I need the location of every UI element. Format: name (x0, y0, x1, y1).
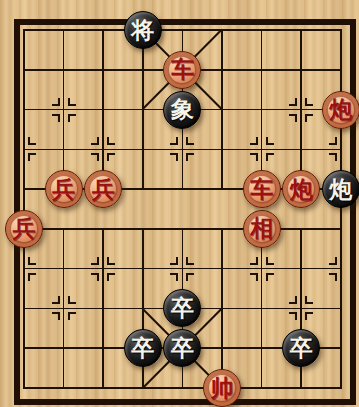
point-marker (305, 312, 307, 320)
point-marker (186, 273, 188, 281)
piece-black-general[interactable]: 将 (124, 11, 162, 49)
piece-character: 帅 (211, 377, 234, 400)
point-marker (305, 98, 307, 106)
xiangqi-board[interactable]: 将车象炮兵兵车炮炮兵相卒卒卒卒帅 (0, 0, 359, 407)
piece-black-elephant[interactable]: 象 (163, 91, 201, 129)
piece-character: 卒 (171, 337, 194, 360)
point-marker (266, 137, 268, 145)
point-marker (107, 273, 109, 281)
point-marker (58, 98, 60, 106)
piece-red-soldier[interactable]: 兵 (5, 210, 43, 248)
point-marker (97, 273, 99, 281)
point-marker (68, 312, 70, 320)
point-marker (176, 153, 178, 161)
piece-character: 兵 (13, 217, 36, 240)
piece-character: 炮 (290, 178, 313, 201)
piece-red-chariot[interactable]: 车 (163, 51, 201, 89)
point-marker (266, 153, 268, 161)
grid-vline (102, 228, 104, 389)
point-marker (28, 257, 30, 265)
point-marker (256, 273, 258, 281)
grid-vline (63, 29, 65, 190)
piece-character: 卒 (131, 337, 154, 360)
point-marker (335, 273, 337, 281)
grid-vline (340, 29, 342, 389)
point-marker (58, 312, 60, 320)
point-marker (68, 296, 70, 304)
point-marker (107, 137, 109, 145)
point-marker (335, 153, 337, 161)
point-marker (186, 153, 188, 161)
point-marker (186, 257, 188, 265)
point-marker (295, 312, 297, 320)
piece-red-soldier[interactable]: 兵 (45, 170, 83, 208)
piece-red-chariot[interactable]: 车 (243, 170, 281, 208)
grid-vline (63, 228, 65, 389)
piece-black-soldier[interactable]: 卒 (124, 329, 162, 367)
grid-vline (261, 228, 263, 389)
piece-black-soldier[interactable]: 卒 (282, 329, 320, 367)
point-marker (256, 153, 258, 161)
point-marker (28, 153, 30, 161)
point-marker (28, 273, 30, 281)
point-marker (186, 137, 188, 145)
piece-red-cannon[interactable]: 炮 (282, 170, 320, 208)
point-marker (266, 273, 268, 281)
point-marker (97, 257, 99, 265)
piece-character: 炮 (329, 178, 352, 201)
point-marker (176, 273, 178, 281)
point-marker (68, 114, 70, 122)
point-marker (58, 114, 60, 122)
point-marker (295, 114, 297, 122)
point-marker (28, 137, 30, 145)
point-marker (176, 137, 178, 145)
point-marker (335, 257, 337, 265)
point-marker (68, 98, 70, 106)
point-marker (305, 296, 307, 304)
point-marker (305, 114, 307, 122)
point-marker (335, 137, 337, 145)
piece-red-general[interactable]: 帅 (203, 369, 241, 407)
point-marker (97, 153, 99, 161)
point-marker (107, 153, 109, 161)
piece-character: 兵 (52, 178, 75, 201)
point-marker (97, 137, 99, 145)
piece-character: 将 (131, 19, 154, 42)
point-marker (266, 257, 268, 265)
grid-vline (102, 29, 104, 190)
grid-vline (261, 29, 263, 190)
piece-character: 相 (250, 217, 273, 240)
piece-character: 兵 (92, 178, 115, 201)
piece-red-elephant[interactable]: 相 (243, 210, 281, 248)
point-marker (176, 257, 178, 265)
point-marker (256, 137, 258, 145)
piece-red-cannon[interactable]: 炮 (322, 91, 359, 129)
point-marker (295, 296, 297, 304)
point-marker (107, 257, 109, 265)
piece-character: 车 (250, 178, 273, 201)
point-marker (295, 98, 297, 106)
piece-character: 象 (171, 98, 194, 121)
piece-character: 炮 (329, 98, 352, 121)
piece-character: 卒 (290, 337, 313, 360)
piece-black-soldier[interactable]: 卒 (163, 289, 201, 327)
piece-black-cannon[interactable]: 炮 (322, 170, 359, 208)
point-marker (256, 257, 258, 265)
piece-character: 车 (171, 58, 194, 81)
grid-vline (300, 29, 302, 190)
piece-red-soldier[interactable]: 兵 (84, 170, 122, 208)
piece-character: 卒 (171, 297, 194, 320)
point-marker (58, 296, 60, 304)
